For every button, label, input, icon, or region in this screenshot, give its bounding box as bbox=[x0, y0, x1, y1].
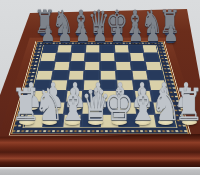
piece-far-pawn[interactable]: ♟ bbox=[145, 23, 162, 45]
piece-near-rook[interactable]: ♜ bbox=[172, 83, 200, 127]
piece-far-pawn[interactable]: ♟ bbox=[110, 23, 127, 45]
chess-set-photo: ♜♞♝♛♚♝♞♜♟♟♟♟♟♟♟♟♟♟♟♟♟♟♟♟♜♞♝♛♚♝♞♜ bbox=[0, 0, 200, 175]
piece-far-pawn[interactable]: ♟ bbox=[74, 23, 91, 45]
piece-far-pawn[interactable]: ♟ bbox=[162, 23, 179, 45]
piece-far-pawn[interactable]: ♟ bbox=[127, 23, 144, 45]
piece-far-pawn[interactable]: ♟ bbox=[57, 23, 74, 45]
pieces-layer: ♜♞♝♛♚♝♞♜♟♟♟♟♟♟♟♟♟♟♟♟♟♟♟♟♜♞♝♛♚♝♞♜ bbox=[0, 0, 200, 175]
piece-far-pawn[interactable]: ♟ bbox=[92, 23, 109, 45]
piece-far-pawn[interactable]: ♟ bbox=[39, 23, 56, 45]
